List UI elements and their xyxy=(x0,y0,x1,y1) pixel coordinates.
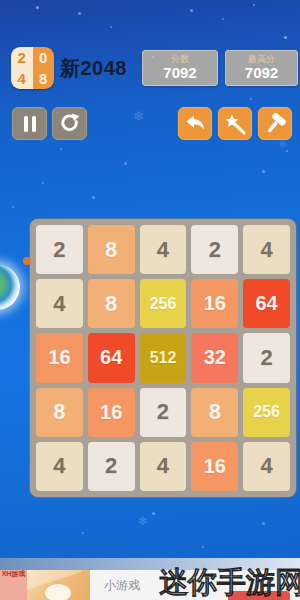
snow-particle xyxy=(36,6,39,9)
best-score-label: 最高分 xyxy=(226,55,297,64)
logo-quadrant-0: 0 xyxy=(33,47,55,68)
best-score-box: 最高分 7092 xyxy=(225,50,298,86)
tile-r5c1: 4 xyxy=(36,442,83,491)
snow-particle xyxy=(124,162,127,165)
pause-icon xyxy=(22,115,38,133)
tile-r3c4: 32 xyxy=(191,333,238,382)
snowflake-icon: ❄ xyxy=(138,514,148,528)
restart-button[interactable] xyxy=(52,107,87,140)
snow-particle xyxy=(78,12,81,15)
floating-widget-badge xyxy=(23,257,31,265)
snow-particle xyxy=(110,26,112,28)
tile-r2c1: 4 xyxy=(36,279,83,328)
snow-particle xyxy=(152,512,155,515)
snow-particle xyxy=(190,9,193,12)
floating-widget-icon[interactable] xyxy=(0,264,20,310)
tile-r3c1: 16 xyxy=(36,333,83,382)
snow-particle xyxy=(202,546,204,548)
hammer-button[interactable] xyxy=(258,107,292,140)
snow-particle xyxy=(92,196,95,199)
tile-r4c4: 8 xyxy=(191,388,238,437)
tile-r5c5: 4 xyxy=(243,442,290,491)
undo-icon xyxy=(183,113,207,135)
score-label: 分数 xyxy=(143,55,217,64)
tile-r1c4: 2 xyxy=(191,225,238,274)
tile-r4c1: 8 xyxy=(36,388,83,437)
logo-quadrant-8: 8 xyxy=(33,68,55,89)
pause-button[interactable] xyxy=(12,107,47,140)
snowflake-icon: ❄ xyxy=(133,108,145,124)
tile-r2c4: 16 xyxy=(191,279,238,328)
app-logo-2048: 2 0 4 8 xyxy=(11,47,54,89)
snow-particle xyxy=(284,36,287,39)
tile-r2c2: 8 xyxy=(88,279,135,328)
best-score-value: 7092 xyxy=(226,64,297,81)
score-box: 分数 7092 xyxy=(142,50,218,86)
watermark-text: 迷你手游网 xyxy=(159,563,300,600)
tile-r1c3: 4 xyxy=(140,225,187,274)
snow-particle xyxy=(42,182,44,184)
tile-r5c4: 16 xyxy=(191,442,238,491)
ad-title: 小游戏 xyxy=(104,577,140,594)
game-screen: 2 0 4 8 新2048 分数 7092 最高分 7092 xyxy=(0,0,300,600)
snow-particle xyxy=(286,150,288,152)
snow-particle xyxy=(262,522,265,525)
tile-r3c5: 2 xyxy=(243,333,290,382)
tile-r4c5: 256 xyxy=(243,388,290,437)
ad-artwork xyxy=(27,570,90,600)
tile-r1c2: 8 xyxy=(88,225,135,274)
tile-r4c3: 2 xyxy=(140,388,187,437)
snow-particle xyxy=(250,98,252,100)
tile-r3c3: 512 xyxy=(140,333,187,382)
score-value: 7092 xyxy=(143,64,217,81)
snow-particle xyxy=(12,206,14,208)
snow-particle xyxy=(253,4,255,6)
tile-r1c1: 2 xyxy=(36,225,83,274)
logo-quadrant-2: 2 xyxy=(11,47,33,68)
tile-r2c3: 256 xyxy=(140,279,187,328)
magic-wand-button[interactable] xyxy=(218,107,252,140)
tile-r4c2: 16 xyxy=(88,388,135,437)
restart-icon xyxy=(59,113,81,135)
game-title: 新2048 xyxy=(60,55,127,82)
ad-logo: XH游戏 xyxy=(0,570,27,600)
tile-r3c2: 64 xyxy=(88,333,135,382)
tile-r5c3: 4 xyxy=(140,442,187,491)
magic-wand-icon xyxy=(224,113,246,135)
tile-r2c5: 64 xyxy=(243,279,290,328)
logo-quadrant-4: 4 xyxy=(11,68,33,89)
snow-particle xyxy=(262,170,265,173)
snow-particle xyxy=(82,532,84,534)
undo-button[interactable] xyxy=(178,107,212,140)
board-grid[interactable]: 28424482561664166451232281628256424164 xyxy=(30,219,296,497)
tile-r1c5: 4 xyxy=(243,225,290,274)
tile-r5c2: 2 xyxy=(88,442,135,491)
hammer-icon xyxy=(264,113,286,135)
snow-particle xyxy=(222,18,224,20)
snow-particle xyxy=(60,148,62,150)
